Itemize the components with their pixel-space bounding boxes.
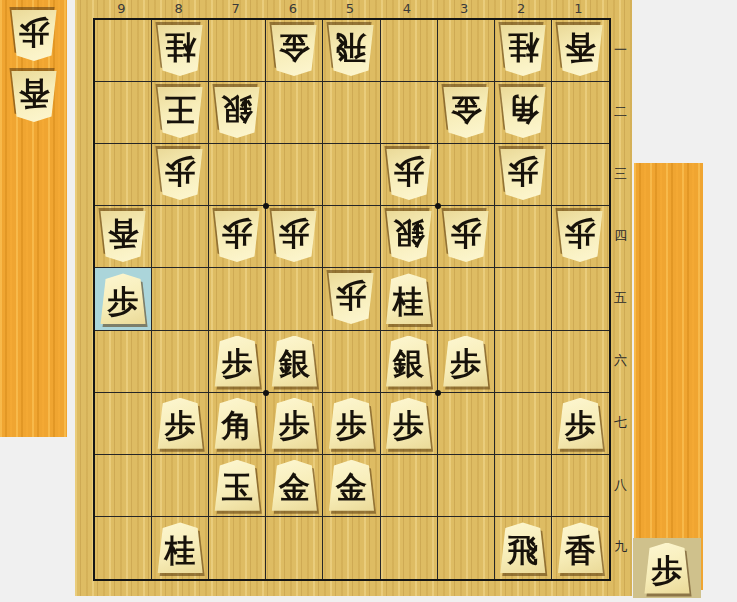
piece-body: 金 — [328, 460, 374, 511]
square-3-9[interactable] — [438, 517, 495, 579]
square-3-5[interactable] — [438, 268, 495, 330]
square-1-4[interactable]: 歩 — [552, 206, 609, 268]
square-7-6[interactable]: 歩 — [209, 331, 266, 393]
square-5-4[interactable] — [323, 206, 380, 268]
square-4-9[interactable] — [381, 517, 438, 579]
piece-kanji: 銀 — [279, 348, 310, 379]
shogi-piece-sente[interactable]: 歩 — [386, 398, 432, 449]
piece-kanji: 桂 — [165, 535, 196, 566]
piece-kanji: 歩 — [336, 410, 367, 441]
square-4-7[interactable]: 歩 — [381, 393, 438, 455]
shogi-piece-gote[interactable]: 歩 — [328, 273, 374, 324]
piece-body: 桂 — [386, 273, 432, 324]
piece-kanji: 銀 — [393, 348, 424, 379]
shogi-piece-sente[interactable]: 歩 — [557, 398, 603, 449]
shogi-piece-gote[interactable]: 金 — [271, 25, 317, 76]
star-point — [435, 203, 441, 209]
shogi-piece-gote[interactable]: 銀 — [386, 211, 432, 262]
file-label-2: 2 — [493, 1, 550, 17]
piece-kanji: 歩 — [450, 348, 481, 379]
shogi-piece-gote[interactable]: 角 — [500, 87, 546, 138]
square-9-9[interactable] — [95, 517, 152, 579]
square-4-8[interactable] — [381, 455, 438, 517]
square-8-3[interactable]: 歩 — [152, 144, 209, 206]
piece-body: 歩 — [11, 10, 57, 61]
file-label-6: 6 — [264, 1, 321, 17]
square-5-3[interactable] — [323, 144, 380, 206]
piece-kanji: 金 — [450, 95, 481, 126]
square-3-8[interactable] — [438, 455, 495, 517]
star-point — [263, 390, 269, 396]
square-2-7[interactable] — [495, 393, 552, 455]
piece-kanji: 角 — [222, 410, 253, 441]
piece-body: 王 — [157, 87, 203, 138]
piece-kanji: 香 — [565, 33, 596, 64]
square-7-4[interactable]: 歩 — [209, 206, 266, 268]
square-6-6[interactable]: 銀 — [266, 331, 323, 393]
square-1-2[interactable] — [552, 82, 609, 144]
piece-kanji: 金 — [279, 472, 310, 503]
square-1-3[interactable] — [552, 144, 609, 206]
piece-body: 歩 — [557, 398, 603, 449]
piece-body: 香 — [11, 71, 57, 122]
shogi-piece-gote[interactable]: 歩 — [557, 211, 603, 262]
piece-kanji: 歩 — [507, 157, 538, 188]
shogi-piece-gote[interactable]: 銀 — [214, 87, 260, 138]
shogi-piece-sente[interactable]: 歩 — [443, 336, 489, 387]
shogi-piece-gote[interactable]: 香 — [100, 211, 146, 262]
square-9-5[interactable]: 歩 — [95, 268, 152, 330]
square-2-5[interactable] — [495, 268, 552, 330]
piece-kanji: 銀 — [222, 95, 253, 126]
piece-kanji: 王 — [165, 95, 196, 126]
shogi-piece-sente[interactable]: 玉 — [214, 460, 260, 511]
square-2-6[interactable] — [495, 331, 552, 393]
piece-body: 歩 — [271, 398, 317, 449]
square-9-1[interactable] — [95, 20, 152, 82]
shogi-piece-sente[interactable]: 銀 — [271, 336, 317, 387]
piece-kanji: 歩 — [222, 348, 253, 379]
square-7-2[interactable]: 銀 — [209, 82, 266, 144]
piece-body: 飛 — [328, 25, 374, 76]
square-4-4[interactable]: 銀 — [381, 206, 438, 268]
piece-body: 銀 — [386, 336, 432, 387]
piece-kanji: 飛 — [507, 535, 538, 566]
piece-body: 歩 — [443, 211, 489, 262]
square-5-7[interactable]: 歩 — [323, 393, 380, 455]
piece-body: 香 — [557, 25, 603, 76]
shogi-board: 987654321 一二三四五六七八九 桂金飛桂香王銀金角歩歩歩香歩歩銀歩歩歩歩… — [75, 0, 632, 596]
rank-label-8: 八 — [609, 476, 632, 494]
piece-kanji: 桂 — [393, 286, 424, 317]
square-4-2[interactable] — [381, 82, 438, 144]
square-8-6[interactable] — [152, 331, 209, 393]
piece-body: 歩 — [157, 398, 203, 449]
shogi-piece-gote[interactable]: 歩 — [443, 211, 489, 262]
selected-hand-piece-square[interactable]: 歩 — [633, 538, 701, 598]
file-label-3: 3 — [436, 1, 493, 17]
piece-kanji: 歩 — [165, 157, 196, 188]
piece-kanji: 香 — [108, 219, 139, 250]
square-6-5[interactable] — [266, 268, 323, 330]
shogi-piece-gote[interactable]: 香 — [11, 71, 57, 122]
piece-body: 歩 — [271, 211, 317, 262]
shogi-piece-gote[interactable]: 桂 — [157, 25, 203, 76]
square-5-5[interactable]: 歩 — [323, 268, 380, 330]
piece-body: 金 — [271, 25, 317, 76]
shogi-piece-sente[interactable]: 角 — [214, 398, 260, 449]
piece-body: 香 — [557, 522, 603, 573]
square-2-8[interactable] — [495, 455, 552, 517]
square-6-2[interactable] — [266, 82, 323, 144]
file-label-9: 9 — [93, 1, 150, 17]
piece-kanji: 歩 — [652, 555, 683, 586]
shogi-piece-sente[interactable]: 歩 — [328, 398, 374, 449]
piece-body: 歩 — [644, 543, 690, 594]
square-6-7[interactable]: 歩 — [266, 393, 323, 455]
piece-body: 歩 — [214, 336, 260, 387]
piece-kanji: 歩 — [450, 219, 481, 250]
rank-label-7: 七 — [609, 414, 632, 432]
square-9-6[interactable] — [95, 331, 152, 393]
piece-kanji: 歩 — [565, 219, 596, 250]
shogi-piece-gote[interactable]: 歩 — [271, 211, 317, 262]
square-1-7[interactable]: 歩 — [552, 393, 609, 455]
file-label-5: 5 — [321, 1, 378, 17]
piece-body: 歩 — [214, 211, 260, 262]
square-9-4[interactable]: 香 — [95, 206, 152, 268]
file-label-8: 8 — [150, 1, 207, 17]
piece-kanji: 飛 — [336, 33, 367, 64]
piece-body: 桂 — [157, 25, 203, 76]
piece-kanji: 歩 — [108, 286, 139, 317]
piece-body: 歩 — [328, 398, 374, 449]
rank-label-1: 一 — [609, 41, 632, 59]
shogi-piece-sente[interactable]: 銀 — [386, 336, 432, 387]
rank-label-6: 六 — [609, 352, 632, 370]
square-5-1[interactable]: 飛 — [323, 20, 380, 82]
square-3-4[interactable]: 歩 — [438, 206, 495, 268]
file-label-1: 1 — [550, 1, 607, 17]
piece-body: 銀 — [271, 336, 317, 387]
square-5-6[interactable] — [323, 331, 380, 393]
shogi-piece-gote[interactable]: 金 — [443, 87, 489, 138]
star-point — [263, 203, 269, 209]
square-3-2[interactable]: 金 — [438, 82, 495, 144]
piece-body: 玉 — [214, 460, 260, 511]
square-3-1[interactable] — [438, 20, 495, 82]
shogi-piece-sente[interactable]: 金 — [328, 460, 374, 511]
square-9-3[interactable] — [95, 144, 152, 206]
piece-kanji: 香 — [19, 79, 50, 110]
piece-body: 桂 — [500, 25, 546, 76]
piece-kanji: 歩 — [279, 219, 310, 250]
piece-kanji: 歩 — [222, 219, 253, 250]
shogi-piece-sente[interactable]: 桂 — [157, 522, 203, 573]
sente-piece-stand — [634, 163, 703, 590]
piece-kanji: 歩 — [336, 281, 367, 312]
piece-body: 香 — [100, 211, 146, 262]
piece-kanji: 歩 — [279, 410, 310, 441]
square-8-4[interactable] — [152, 206, 209, 268]
piece-kanji: 金 — [279, 33, 310, 64]
shogi-piece-gote[interactable]: 歩 — [157, 149, 203, 200]
square-9-8[interactable] — [95, 455, 152, 517]
shogi-piece-gote[interactable]: 香 — [557, 25, 603, 76]
piece-body: 飛 — [500, 522, 546, 573]
rank-label-4: 四 — [609, 227, 632, 245]
square-1-6[interactable] — [552, 331, 609, 393]
rank-label-5: 五 — [609, 289, 632, 307]
piece-kanji: 歩 — [565, 410, 596, 441]
square-3-3[interactable] — [438, 144, 495, 206]
square-8-7[interactable]: 歩 — [152, 393, 209, 455]
piece-kanji: 玉 — [222, 472, 253, 503]
gote-hand-piece[interactable]: 歩 — [11, 10, 57, 61]
piece-kanji: 歩 — [393, 410, 424, 441]
square-7-7[interactable]: 角 — [209, 393, 266, 455]
square-5-2[interactable] — [323, 82, 380, 144]
shogi-piece-sente[interactable]: 歩 — [157, 398, 203, 449]
piece-kanji: 歩 — [19, 18, 50, 49]
piece-body: 角 — [500, 87, 546, 138]
shogi-piece-sente[interactable]: 歩 — [214, 336, 260, 387]
square-8-2[interactable]: 王 — [152, 82, 209, 144]
square-2-2[interactable]: 角 — [495, 82, 552, 144]
piece-body: 桂 — [157, 522, 203, 573]
shogi-piece-sente[interactable]: 香 — [557, 522, 603, 573]
rank-label-9: 九 — [609, 538, 632, 556]
shogi-piece-gote[interactable]: 飛 — [328, 25, 374, 76]
square-4-3[interactable]: 歩 — [381, 144, 438, 206]
shogi-piece-gote[interactable]: 歩 — [386, 149, 432, 200]
square-7-5[interactable] — [209, 268, 266, 330]
piece-kanji: 歩 — [165, 410, 196, 441]
piece-body: 歩 — [386, 398, 432, 449]
piece-body: 銀 — [386, 211, 432, 262]
piece-body: 歩 — [443, 336, 489, 387]
square-5-9[interactable] — [323, 517, 380, 579]
piece-body: 歩 — [557, 211, 603, 262]
square-3-7[interactable] — [438, 393, 495, 455]
piece-body: 歩 — [328, 273, 374, 324]
square-4-1[interactable] — [381, 20, 438, 82]
square-6-9[interactable] — [266, 517, 323, 579]
square-1-9[interactable]: 香 — [552, 517, 609, 579]
square-2-4[interactable] — [495, 206, 552, 268]
shogi-piece-sente[interactable]: 歩 — [644, 543, 690, 594]
star-point — [435, 390, 441, 396]
piece-body: 銀 — [214, 87, 260, 138]
square-6-1[interactable]: 金 — [266, 20, 323, 82]
rank-label-3: 三 — [609, 165, 632, 183]
piece-body: 歩 — [157, 149, 203, 200]
piece-body: 金 — [443, 87, 489, 138]
piece-kanji: 香 — [565, 535, 596, 566]
square-1-8[interactable] — [552, 455, 609, 517]
square-9-2[interactable] — [95, 82, 152, 144]
square-4-5[interactable]: 桂 — [381, 268, 438, 330]
square-1-5[interactable] — [552, 268, 609, 330]
piece-body: 歩 — [386, 149, 432, 200]
piece-kanji: 桂 — [165, 33, 196, 64]
shogi-piece-sente[interactable]: 桂 — [386, 273, 432, 324]
square-6-8[interactable]: 金 — [266, 455, 323, 517]
square-2-9[interactable]: 飛 — [495, 517, 552, 579]
square-3-6[interactable]: 歩 — [438, 331, 495, 393]
file-label-4: 4 — [379, 1, 436, 17]
shogi-piece-gote[interactable]: 桂 — [500, 25, 546, 76]
gote-hand-piece[interactable]: 香 — [11, 71, 57, 122]
square-4-6[interactable]: 銀 — [381, 331, 438, 393]
shogi-board-grid: 桂金飛桂香王銀金角歩歩歩香歩歩銀歩歩歩歩桂歩銀銀歩歩角歩歩歩歩玉金金桂飛香 — [93, 18, 611, 581]
square-1-1[interactable]: 香 — [552, 20, 609, 82]
square-5-8[interactable]: 金 — [323, 455, 380, 517]
shogi-piece-sente[interactable]: 歩 — [271, 398, 317, 449]
piece-kanji: 角 — [507, 95, 538, 126]
square-7-1[interactable] — [209, 20, 266, 82]
square-8-8[interactable] — [152, 455, 209, 517]
piece-body: 金 — [271, 460, 317, 511]
piece-body: 角 — [214, 398, 260, 449]
square-7-3[interactable] — [209, 144, 266, 206]
shogi-piece-sente[interactable]: 飛 — [500, 522, 546, 573]
rank-label-2: 二 — [609, 103, 632, 121]
piece-body: 歩 — [100, 273, 146, 324]
square-2-1[interactable]: 桂 — [495, 20, 552, 82]
shogi-piece-gote[interactable]: 歩 — [500, 149, 546, 200]
piece-kanji: 歩 — [393, 157, 424, 188]
square-8-1[interactable]: 桂 — [152, 20, 209, 82]
gote-piece-stand: 歩香 — [0, 0, 67, 437]
shogi-piece-gote[interactable]: 歩 — [11, 10, 57, 61]
square-8-5[interactable] — [152, 268, 209, 330]
square-6-4[interactable]: 歩 — [266, 206, 323, 268]
shogi-piece-sente[interactable]: 金 — [271, 460, 317, 511]
square-7-8[interactable]: 玉 — [209, 455, 266, 517]
square-6-3[interactable] — [266, 144, 323, 206]
square-2-3[interactable]: 歩 — [495, 144, 552, 206]
piece-body: 歩 — [500, 149, 546, 200]
shogi-piece-gote[interactable]: 歩 — [214, 211, 260, 262]
square-7-9[interactable] — [209, 517, 266, 579]
shogi-piece-sente[interactable]: 歩 — [100, 273, 146, 324]
piece-kanji: 金 — [336, 472, 367, 503]
square-8-9[interactable]: 桂 — [152, 517, 209, 579]
shogi-piece-gote[interactable]: 王 — [157, 87, 203, 138]
file-label-7: 7 — [207, 1, 264, 17]
piece-kanji: 桂 — [507, 33, 538, 64]
piece-kanji: 銀 — [393, 219, 424, 250]
square-9-7[interactable] — [95, 393, 152, 455]
